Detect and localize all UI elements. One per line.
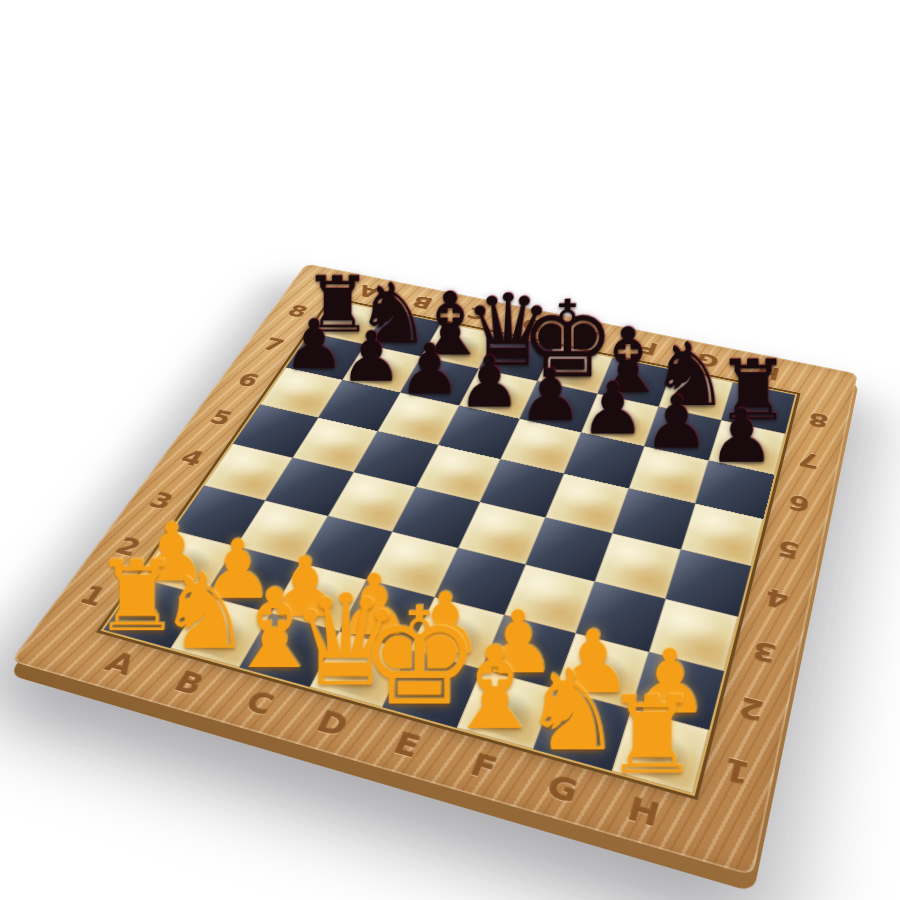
rank-label-right-4: 4 — [738, 566, 814, 633]
rank-label-right-2: 2 — [709, 671, 792, 749]
piece-black-pawn-d7: ♟ — [458, 347, 521, 418]
piece-black-pawn-f7: ♟ — [580, 373, 645, 445]
piece-white-rook-h1: ♜ — [604, 683, 700, 790]
rank-label-right-1: 1 — [693, 730, 780, 814]
photo-scene: ABCDEFGH ABCDEFGH 87654321 87654321 ♜♞♝♛… — [0, 0, 900, 900]
rank-label-right-5: 5 — [751, 519, 824, 581]
rank-label-right-3: 3 — [724, 617, 804, 689]
square-h1: ♜ — [612, 709, 709, 793]
perspective-wrapper: ABCDEFGH ABCDEFGH 87654321 87654321 ♜♞♝♛… — [0, 0, 900, 900]
piece-black-pawn-c7: ♟ — [398, 335, 461, 405]
piece-black-pawn-b7: ♟ — [340, 322, 402, 391]
piece-black-pawn-h7: ♟ — [708, 399, 774, 473]
piece-black-pawn-g7: ♟ — [643, 386, 709, 459]
square-h7: ♟ — [709, 420, 786, 475]
chess-board: ABCDEFGH ABCDEFGH 87654321 87654321 ♜♞♝♛… — [10, 264, 857, 877]
piece-black-pawn-e7: ♟ — [518, 360, 582, 432]
